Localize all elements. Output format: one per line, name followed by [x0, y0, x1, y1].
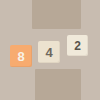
- tile-4: 4: [38, 41, 60, 63]
- tile-2-value: 2: [74, 40, 81, 52]
- 2048-board[interactable]: 8 4 2: [0, 0, 100, 100]
- empty-cell-top: [32, 0, 81, 29]
- tile-8: 8: [10, 45, 32, 67]
- empty-cell-bottom: [35, 69, 81, 100]
- tile-2: 2: [67, 35, 88, 56]
- tile-4-value: 4: [45, 46, 52, 59]
- tile-8-value: 8: [17, 50, 24, 63]
